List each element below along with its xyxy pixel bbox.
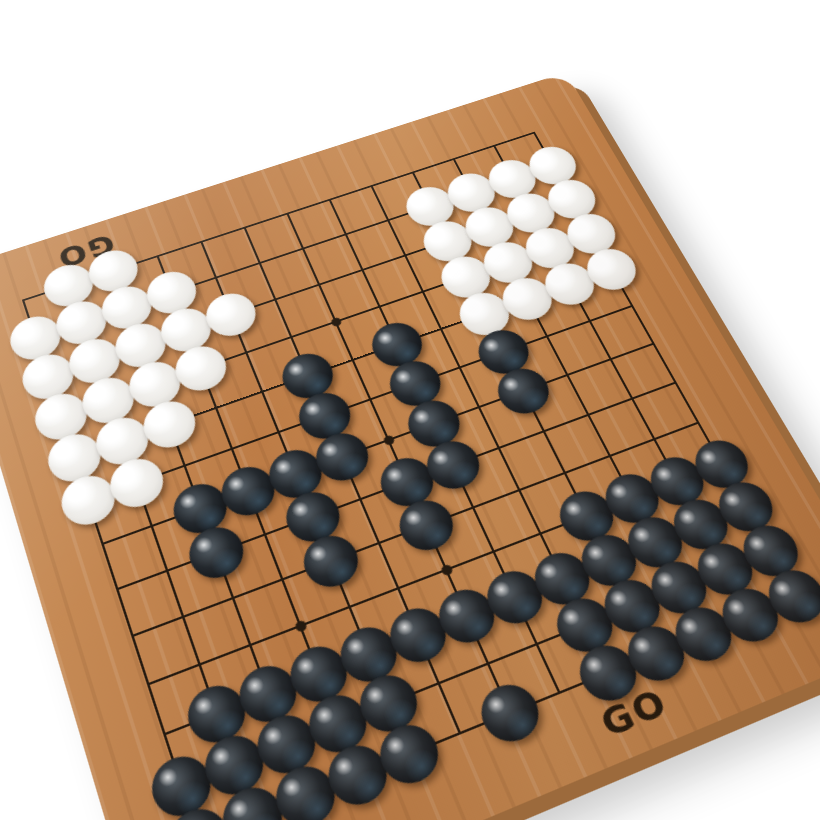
star-point bbox=[382, 434, 395, 446]
board-photo-scene: GO GO bbox=[0, 0, 820, 820]
star-point bbox=[329, 316, 341, 327]
board-perspective-wrapper: GO GO bbox=[0, 72, 820, 820]
black-stone[interactable] bbox=[473, 677, 548, 751]
star-point bbox=[293, 619, 307, 633]
star-point bbox=[439, 563, 453, 576]
go-board: GO GO bbox=[0, 72, 820, 820]
board-grid bbox=[22, 132, 798, 820]
